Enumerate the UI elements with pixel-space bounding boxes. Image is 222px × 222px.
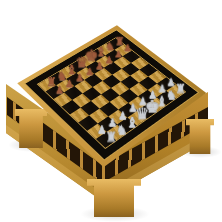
piece-black-pawn[interactable]: ♟ bbox=[95, 61, 104, 71]
square-g5[interactable] bbox=[122, 63, 140, 76]
piece-black-pawn[interactable]: ♟ bbox=[123, 44, 131, 53]
board-border: ♜♞♝♛♚♝♞♜♟♟♟♟♟♟♟♟♟♟♟♟♟♟♟♟♜♞♝♛♚♝♞♜ bbox=[24, 30, 199, 161]
square-e4[interactable] bbox=[111, 82, 129, 96]
piece-black-pawn[interactable]: ♟ bbox=[104, 55, 113, 65]
board: ♜♞♝♛♚♝♞♜♟♟♟♟♟♟♟♟♟♟♟♟♟♟♟♟♜♞♝♛♚♝♞♜ bbox=[38, 38, 185, 148]
piece-black-pawn[interactable]: ♟ bbox=[54, 86, 63, 96]
chess-set-photo: ♜♞♝♛♚♝♞♜♟♟♟♟♟♟♟♟♟♟♟♟♟♟♟♟♜♞♝♛♚♝♞♜ bbox=[0, 0, 222, 222]
piece-white-pawn[interactable]: ♟ bbox=[166, 78, 175, 88]
piece-black-pawn[interactable]: ♟ bbox=[85, 67, 94, 77]
piece-white-rook[interactable]: ♜ bbox=[105, 131, 117, 144]
piece-black-pawn[interactable]: ♟ bbox=[65, 79, 74, 89]
wood-frame: ♜♞♝♛♚♝♞♜♟♟♟♟♟♟♟♟♟♟♟♟♟♟♟♟♜♞♝♛♚♝♞♜ bbox=[17, 25, 206, 167]
piece-black-pawn[interactable]: ♟ bbox=[114, 50, 123, 60]
board-scene: ♜♞♝♛♚♝♞♜♟♟♟♟♟♟♟♟♟♟♟♟♟♟♟♟♜♞♝♛♚♝♞♜ bbox=[0, 0, 222, 222]
piece-black-pawn[interactable]: ♟ bbox=[75, 73, 84, 83]
tabletop: ♜♞♝♛♚♝♞♜♟♟♟♟♟♟♟♟♟♟♟♟♟♟♟♟♜♞♝♛♚♝♞♜ bbox=[17, 25, 206, 167]
